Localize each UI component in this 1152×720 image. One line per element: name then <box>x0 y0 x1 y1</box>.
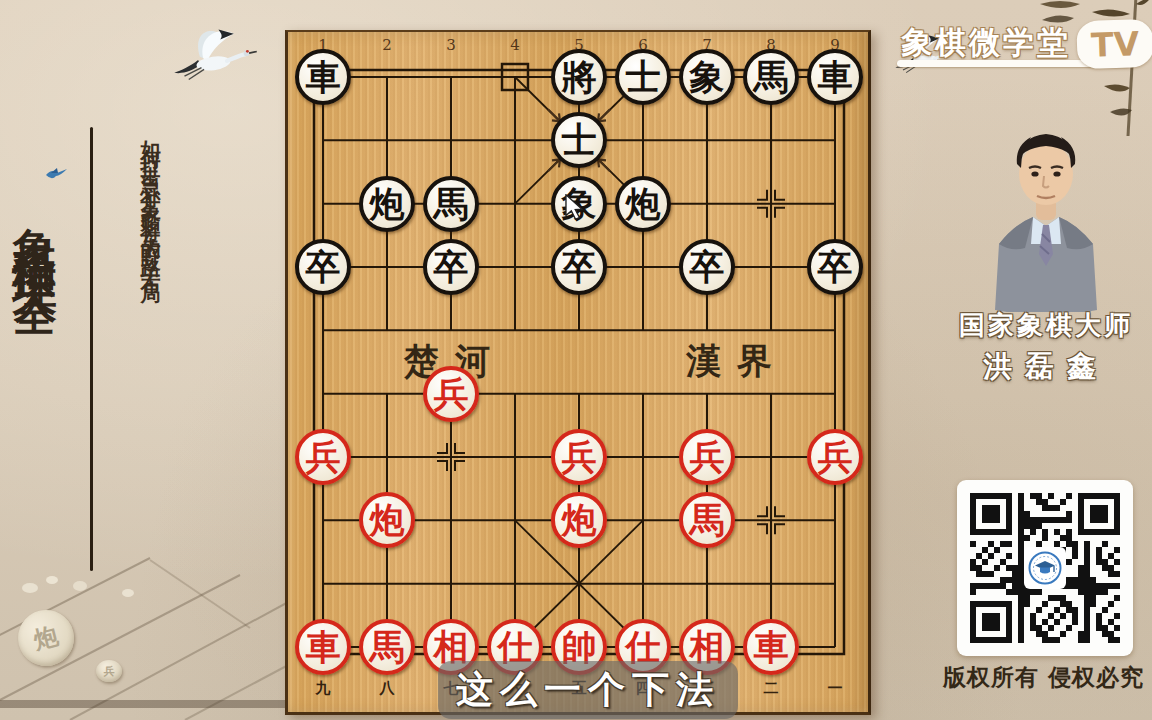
mouse-cursor <box>563 194 585 220</box>
episode-topic: 如何打击急补士象贴将车的野路子布局 <box>138 124 165 277</box>
master-name: 洪磊鑫 <box>940 347 1152 387</box>
tv-badge: TV <box>1076 19 1152 70</box>
stage: 炮 兵 象棋棋理大全 如何打击急补士象贴将车的野路子布局 <box>0 0 1152 720</box>
blue-bird-icon <box>44 166 68 184</box>
piece-black-f5r3[interactable]: 卒 <box>551 239 607 295</box>
caption-box: 这么一个下法 <box>438 661 738 719</box>
piece-black-f6r2[interactable]: 炮 <box>615 176 671 232</box>
piece-black-f3r3[interactable]: 卒 <box>423 239 479 295</box>
piece-red-f5r6[interactable]: 兵 <box>551 429 607 485</box>
file-label-bottom-8: 二 <box>758 679 784 698</box>
piece-black-f8r0[interactable]: 馬 <box>743 49 799 105</box>
piece-red-f8r9[interactable]: 車 <box>743 619 799 675</box>
xiangqi-board[interactable]: 123456789 九八七六五四三二一 楚 河 漢 界 車將士象馬車士炮馬象炮卒… <box>285 30 871 715</box>
piece-black-f9r0[interactable]: 車 <box>807 49 863 105</box>
piece-black-f3r2[interactable]: 馬 <box>423 176 479 232</box>
piece-black-f7r0[interactable]: 象 <box>679 49 735 105</box>
file-label-top-3: 3 <box>438 36 464 54</box>
piece-red-f1r9[interactable]: 車 <box>295 619 351 675</box>
qr-code <box>957 480 1133 656</box>
piece-black-f5r0[interactable]: 將 <box>551 49 607 105</box>
file-label-top-2: 2 <box>374 36 400 54</box>
piece-red-f9r6[interactable]: 兵 <box>807 429 863 485</box>
master-title: 国家象棋大师 <box>940 308 1152 343</box>
piece-black-f2r2[interactable]: 炮 <box>359 176 415 232</box>
divider-line <box>90 127 93 571</box>
piece-black-f7r3[interactable]: 卒 <box>679 239 735 295</box>
piece-red-f1r6[interactable]: 兵 <box>295 429 351 485</box>
river-label-right: 漢 界 <box>638 333 822 389</box>
piece-red-f5r7[interactable]: 炮 <box>551 492 607 548</box>
piece-red-f2r7[interactable]: 炮 <box>359 492 415 548</box>
crane-icon <box>158 26 262 94</box>
caption-text: 这么一个下法 <box>456 665 720 715</box>
piece-black-f9r3[interactable]: 卒 <box>807 239 863 295</box>
file-label-bottom-1: 九 <box>310 679 336 698</box>
graduation-cap-icon <box>1027 550 1063 586</box>
stone-decoration: 炮 兵 <box>0 548 292 720</box>
piece-black-f5r1[interactable]: 士 <box>551 112 607 168</box>
channel-logo: 象棋微学堂 <box>901 22 1071 64</box>
piece-black-f6r0[interactable]: 士 <box>615 49 671 105</box>
piece-red-f7r7[interactable]: 馬 <box>679 492 735 548</box>
file-label-bottom-2: 八 <box>374 679 400 698</box>
piece-black-f1r3[interactable]: 卒 <box>295 239 351 295</box>
copyright-text: 版权所有 侵权必究 <box>935 662 1152 693</box>
piece-red-f2r9[interactable]: 馬 <box>359 619 415 675</box>
piece-red-f7r6[interactable]: 兵 <box>679 429 735 485</box>
file-label-bottom-9: 一 <box>822 679 848 698</box>
piece-red-f3r5[interactable]: 兵 <box>423 366 479 422</box>
master-portrait-photo <box>975 124 1117 312</box>
piece-black-f1r0[interactable]: 車 <box>295 49 351 105</box>
qr-center-logo <box>1024 547 1066 589</box>
file-label-top-4: 4 <box>502 36 528 54</box>
stone-small-piece: 兵 <box>96 660 122 682</box>
page-title: 象棋棋理大全 <box>6 192 65 270</box>
